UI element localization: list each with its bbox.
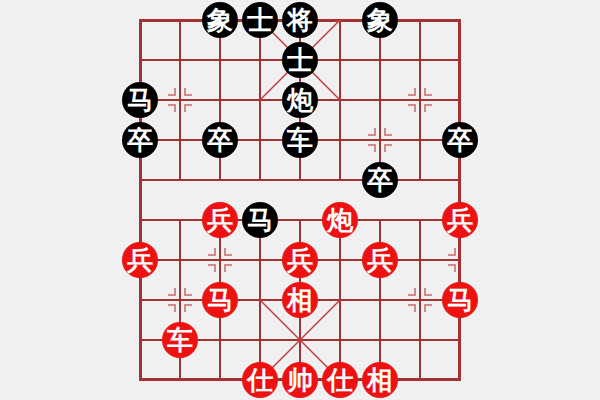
piece-red-horse[interactable]: 马: [202, 282, 238, 318]
piece-red-pawn[interactable]: 兵: [202, 202, 238, 238]
piece-red-horse[interactable]: 马: [442, 282, 478, 318]
piece-black-pawn[interactable]: 卒: [202, 122, 238, 158]
piece-black-pawn[interactable]: 卒: [362, 162, 398, 198]
piece-red-chariot[interactable]: 车: [162, 322, 198, 358]
piece-black-pawn[interactable]: 卒: [442, 122, 478, 158]
piece-black-elephant[interactable]: 象: [202, 2, 238, 38]
piece-black-pawn[interactable]: 卒: [122, 122, 158, 158]
piece-red-pawn[interactable]: 兵: [442, 202, 478, 238]
xiangqi-board[interactable]: 象士将象士马炮卒卒车卒卒马兵炮兵兵兵兵马相马车仕帅仕相: [140, 20, 460, 380]
pieces-layer: 象士将象士马炮卒卒车卒卒马兵炮兵兵兵兵马相马车仕帅仕相: [140, 20, 460, 380]
piece-red-cannon[interactable]: 炮: [322, 202, 358, 238]
piece-black-general[interactable]: 将: [282, 2, 318, 38]
piece-black-horse[interactable]: 马: [122, 82, 158, 118]
piece-red-general[interactable]: 帅: [282, 362, 318, 398]
piece-red-advisor[interactable]: 仕: [322, 362, 358, 398]
piece-red-pawn[interactable]: 兵: [282, 242, 318, 278]
piece-black-advisor[interactable]: 士: [282, 42, 318, 78]
piece-black-advisor[interactable]: 士: [242, 2, 278, 38]
piece-red-pawn[interactable]: 兵: [122, 242, 158, 278]
piece-black-chariot[interactable]: 车: [282, 122, 318, 158]
piece-black-horse[interactable]: 马: [242, 202, 278, 238]
app-background: 象士将象士马炮卒卒车卒卒马兵炮兵兵兵兵马相马车仕帅仕相: [0, 0, 600, 400]
piece-black-cannon[interactable]: 炮: [282, 82, 318, 118]
piece-red-elephant[interactable]: 相: [362, 362, 398, 398]
piece-red-pawn[interactable]: 兵: [362, 242, 398, 278]
piece-red-elephant[interactable]: 相: [282, 282, 318, 318]
piece-black-elephant[interactable]: 象: [362, 2, 398, 38]
piece-red-advisor[interactable]: 仕: [242, 362, 278, 398]
